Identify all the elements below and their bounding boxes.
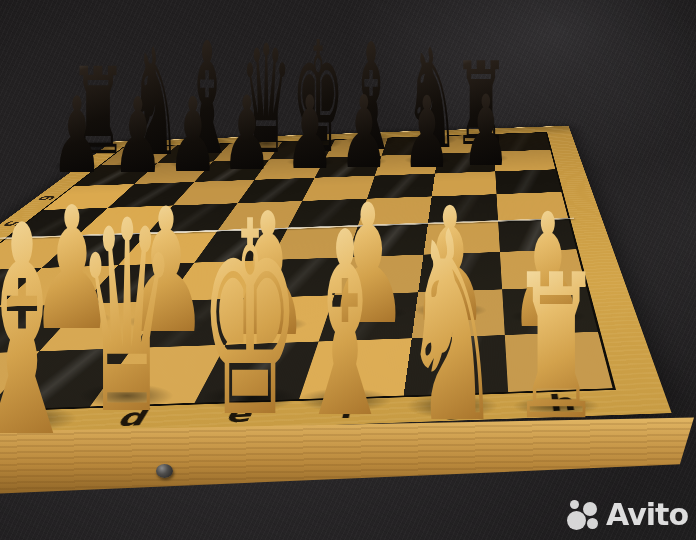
piece-white-rook-h1: ♜ <box>466 248 645 448</box>
avito-watermark: Avito <box>567 497 688 532</box>
watermark-text: Avito <box>606 497 688 532</box>
avito-logo-icon <box>567 498 601 532</box>
pieces-layer: ♜♞♝♚♛♝♞♜♟♟♟♟♟♟♟♟♟♟♟♟♟♟♛♚♝♞♜♝ <box>0 0 696 540</box>
piece-white-bishop-c1: ♝ <box>0 188 152 478</box>
photo-scene: cdefgh 65 ♜♞♝♚♛♝♞♜♟♟♟♟♟♟♟♟♟♟♟♟♟♟♛♚♝♞♜♝ A… <box>0 0 696 540</box>
